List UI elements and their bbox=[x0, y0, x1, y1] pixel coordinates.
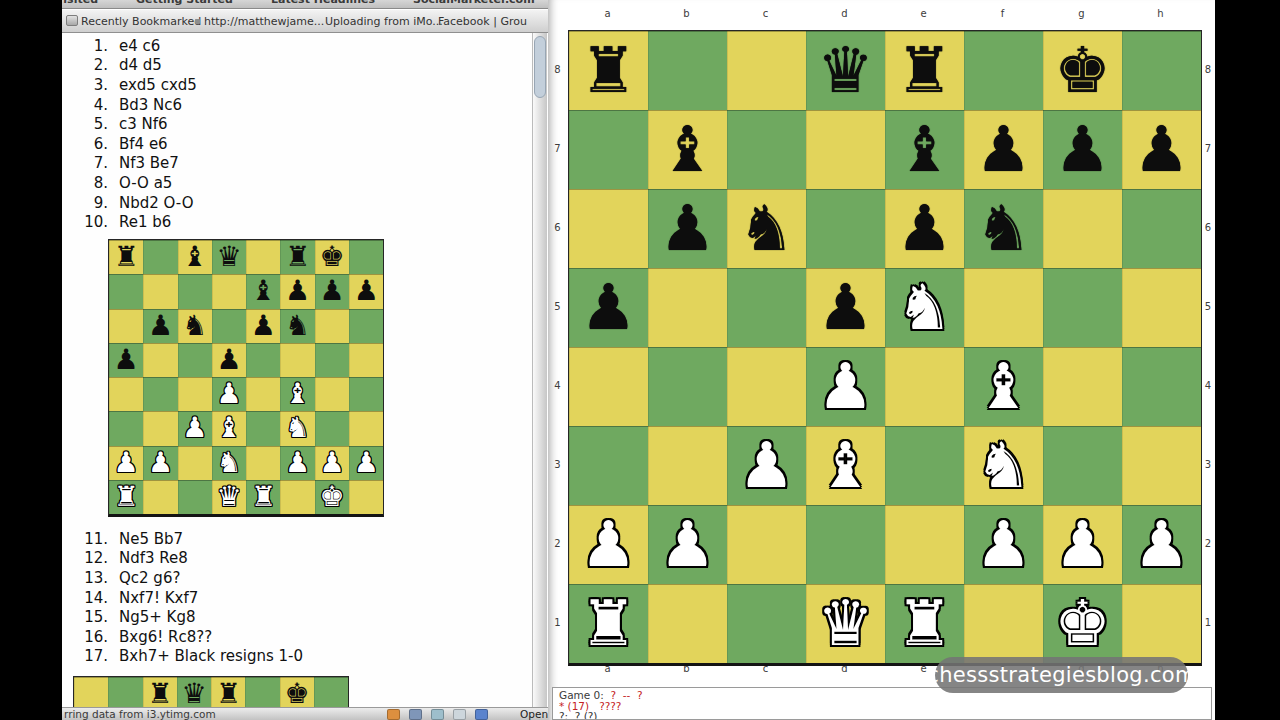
move-row: 6.Bf4 e6 bbox=[62, 134, 197, 154]
piece-black-rook: ♜ bbox=[896, 31, 952, 110]
square-h5 bbox=[349, 343, 383, 377]
square-b8[interactable] bbox=[648, 31, 727, 110]
piece-white-rook: ♜ bbox=[896, 584, 952, 663]
square-g3 bbox=[315, 411, 349, 445]
move-row: 7.Nf3 Be7 bbox=[62, 154, 197, 174]
move-text: exd5 cxd5 bbox=[119, 76, 197, 94]
toolbar-item-latest-headlines[interactable]: Latest Headlines bbox=[271, 0, 375, 6]
move-row: 11.Ne5 Bb7 bbox=[62, 529, 303, 549]
move-row: 8.O-O a5 bbox=[62, 173, 197, 193]
square-b6: ♟ bbox=[143, 309, 177, 343]
move-row: 13.Qc2 g6? bbox=[62, 568, 303, 588]
square-b4[interactable] bbox=[648, 347, 727, 426]
square-h3 bbox=[349, 411, 383, 445]
square-d5[interactable]: ♟ bbox=[806, 268, 885, 347]
piece-black-knight: ♞ bbox=[285, 309, 310, 343]
square-a5[interactable]: ♟ bbox=[569, 268, 648, 347]
square-c5 bbox=[178, 343, 212, 377]
square-e4[interactable] bbox=[885, 347, 964, 426]
piece-white-pawn: ♟ bbox=[1133, 505, 1189, 584]
main-chess-board: ♜♛♜♚♝♝♟♟♟♟♞♟♞♟♟♞♟♝♟♝♞♟♟♟♟♟♜♛♜♚ bbox=[568, 30, 1202, 666]
square-h8 bbox=[314, 677, 348, 707]
square-b5[interactable] bbox=[648, 268, 727, 347]
square-g8: ♚ bbox=[315, 240, 349, 274]
move-number: 5. bbox=[62, 115, 108, 133]
square-b7[interactable]: ♝ bbox=[648, 110, 727, 189]
square-h6[interactable] bbox=[1122, 189, 1201, 268]
square-d7 bbox=[212, 274, 246, 308]
taskbar-icon-3[interactable] bbox=[431, 709, 444, 720]
piece-black-pawn: ♟ bbox=[216, 343, 241, 377]
piece-white-rook: ♜ bbox=[580, 584, 636, 663]
square-e5 bbox=[246, 343, 280, 377]
piece-black-pawn: ♟ bbox=[896, 189, 952, 268]
bookmarks-bar: Recently Bookmarked http://matthewjame..… bbox=[62, 10, 548, 33]
square-a6 bbox=[109, 309, 143, 343]
piece-black-pawn: ♟ bbox=[251, 309, 276, 343]
piece-white-pawn: ♟ bbox=[817, 347, 873, 426]
piece-black-pawn: ♟ bbox=[1133, 110, 1189, 189]
square-g4 bbox=[315, 377, 349, 411]
move-number: 1. bbox=[62, 37, 108, 55]
coord-label-7: 7 bbox=[550, 109, 565, 188]
square-a6[interactable] bbox=[569, 189, 648, 268]
screen: Visited Getting Started Latest Headlines… bbox=[0, 0, 1280, 720]
move-row: 3.exd5 cxd5 bbox=[62, 75, 197, 95]
taskbar-icon-4[interactable] bbox=[453, 709, 466, 720]
coord-label-1: 1 bbox=[550, 583, 565, 662]
loading-status-text: rring data from i3.ytimg.com bbox=[64, 708, 216, 720]
taskbar-icon-1[interactable] bbox=[387, 709, 400, 720]
piece-white-pawn: ♟ bbox=[148, 446, 173, 480]
piece-white-pawn: ♟ bbox=[1054, 505, 1110, 584]
square-c8: ♝ bbox=[178, 240, 212, 274]
square-c6[interactable]: ♞ bbox=[727, 189, 806, 268]
square-h7: ♟ bbox=[349, 274, 383, 308]
piece-white-bishop: ♝ bbox=[216, 411, 241, 445]
square-g1[interactable]: ♚ bbox=[1043, 584, 1122, 663]
coord-label-g: g bbox=[1042, 8, 1121, 24]
piece-black-pawn: ♟ bbox=[580, 268, 636, 347]
taskbar-open-item[interactable]: Open N bbox=[520, 708, 548, 720]
coord-label-4: 4 bbox=[1201, 346, 1215, 425]
square-a8: ♜ bbox=[109, 240, 143, 274]
coord-label-1: 1 bbox=[1201, 583, 1215, 662]
move-text: O-O a5 bbox=[119, 174, 172, 192]
move-text: d4 d5 bbox=[119, 56, 162, 74]
rank-labels-left: 87654321 bbox=[550, 30, 565, 662]
square-f1[interactable] bbox=[964, 584, 1043, 663]
square-g8[interactable]: ♚ bbox=[1043, 31, 1122, 110]
move-text: Bxh7+ Black resigns 1-0 bbox=[119, 647, 303, 665]
move-row: 10.Re1 b6 bbox=[62, 212, 197, 232]
square-b1 bbox=[143, 480, 177, 514]
move-text: Nf3 Be7 bbox=[119, 154, 179, 172]
piece-white-knight: ♞ bbox=[216, 446, 241, 480]
square-a8[interactable]: ♜ bbox=[569, 31, 648, 110]
coord-label-6: 6 bbox=[1201, 188, 1215, 267]
bookmark-recently-bookmarked[interactable]: Recently Bookmarked bbox=[81, 15, 201, 28]
square-a1[interactable]: ♜ bbox=[569, 584, 648, 663]
coord-label-8: 8 bbox=[1201, 30, 1215, 109]
square-c2 bbox=[178, 446, 212, 480]
piece-white-rook: ♜ bbox=[251, 480, 276, 514]
square-a2: ♟ bbox=[109, 446, 143, 480]
square-d8: ♛ bbox=[177, 677, 211, 707]
move-row: 9.Nbd2 O-O bbox=[62, 193, 197, 213]
square-b3[interactable] bbox=[648, 426, 727, 505]
rank-labels-right: 87654321 bbox=[1201, 30, 1215, 662]
move-number: 16. bbox=[62, 628, 108, 646]
square-c4[interactable] bbox=[727, 347, 806, 426]
square-f5 bbox=[280, 343, 314, 377]
square-f2: ♟ bbox=[280, 446, 314, 480]
square-c8[interactable] bbox=[727, 31, 806, 110]
coord-label-e: e bbox=[884, 8, 963, 24]
piece-white-queen: ♛ bbox=[817, 584, 873, 663]
piece-black-king: ♚ bbox=[319, 240, 344, 274]
square-e8 bbox=[246, 240, 280, 274]
square-b3 bbox=[143, 411, 177, 445]
square-b5 bbox=[143, 343, 177, 377]
piece-black-rook: ♜ bbox=[114, 240, 139, 274]
piece-white-pawn: ♟ bbox=[354, 446, 379, 480]
square-c7[interactable] bbox=[727, 110, 806, 189]
piece-white-king: ♚ bbox=[319, 480, 344, 514]
piece-white-pawn: ♟ bbox=[182, 411, 207, 445]
piece-white-bishop: ♝ bbox=[975, 347, 1031, 426]
move-row: 2.d4 d5 bbox=[62, 56, 197, 76]
file-labels-top: abcdefgh bbox=[568, 8, 1200, 24]
square-e8[interactable]: ♜ bbox=[885, 31, 964, 110]
piece-white-pawn: ♟ bbox=[975, 505, 1031, 584]
piece-white-rook: ♜ bbox=[114, 480, 139, 514]
square-b8 bbox=[108, 677, 142, 707]
square-b1[interactable] bbox=[648, 584, 727, 663]
square-g5[interactable] bbox=[1043, 268, 1122, 347]
piece-black-king: ♚ bbox=[1054, 31, 1110, 110]
square-c6: ♞ bbox=[178, 309, 212, 343]
square-a4[interactable] bbox=[569, 347, 648, 426]
square-e2 bbox=[246, 446, 280, 480]
square-h1[interactable] bbox=[1122, 584, 1201, 663]
square-f8 bbox=[245, 677, 279, 707]
move-row: 1.e4 c6 bbox=[62, 36, 197, 56]
piece-black-rook: ♜ bbox=[216, 677, 241, 707]
square-h3[interactable] bbox=[1122, 426, 1201, 505]
move-text: Nbd2 O-O bbox=[119, 194, 193, 212]
piece-black-pawn: ♟ bbox=[354, 274, 379, 308]
move-number: 9. bbox=[62, 194, 108, 212]
square-b8 bbox=[143, 240, 177, 274]
chess-board-window: abcdefgh 87654321 87654321 abcdefgh ♜♛♜♚… bbox=[548, 0, 1215, 720]
piece-black-bishop: ♝ bbox=[659, 110, 715, 189]
browser-scrollbar[interactable] bbox=[532, 33, 547, 707]
diagram-board-final-rank8: ♜♛♜♚ bbox=[73, 676, 349, 707]
bookmark-uploading-imovie[interactable]: Uploading from iMo... bbox=[325, 15, 443, 28]
piece-black-queen: ♛ bbox=[216, 240, 241, 274]
square-g2: ♟ bbox=[315, 446, 349, 480]
square-h2: ♟ bbox=[349, 446, 383, 480]
square-e1: ♜ bbox=[246, 480, 280, 514]
bookmark-matthewjame[interactable]: http://matthewjame... bbox=[204, 15, 324, 28]
square-f8: ♜ bbox=[280, 240, 314, 274]
piece-black-rook: ♜ bbox=[285, 240, 310, 274]
site-watermark: chessstrategiesblog.com bbox=[935, 657, 1188, 693]
move-text: Ne5 Bb7 bbox=[119, 530, 183, 548]
piece-white-pawn: ♟ bbox=[738, 426, 794, 505]
coord-label-4: 4 bbox=[550, 346, 565, 425]
square-a7 bbox=[109, 274, 143, 308]
blog-page-content: 1.e4 c62.d4 d53.exd5 cxd54.Bd3 Nc65.c3 N… bbox=[62, 33, 548, 707]
coord-label-5: 5 bbox=[550, 267, 565, 346]
coord-label-8: 8 bbox=[550, 30, 565, 109]
move-number: 15. bbox=[62, 608, 108, 626]
square-f7: ♟ bbox=[280, 274, 314, 308]
square-h8 bbox=[349, 240, 383, 274]
square-a7[interactable] bbox=[569, 110, 648, 189]
square-e6[interactable]: ♟ bbox=[885, 189, 964, 268]
square-e1[interactable]: ♜ bbox=[885, 584, 964, 663]
square-d1: ♛ bbox=[212, 480, 246, 514]
browser-window: Visited Getting Started Latest Headlines… bbox=[62, 0, 548, 720]
square-c7 bbox=[178, 274, 212, 308]
piece-black-queen: ♛ bbox=[817, 31, 873, 110]
square-d3: ♝ bbox=[212, 411, 246, 445]
piece-black-pawn: ♟ bbox=[1054, 110, 1110, 189]
square-d8: ♛ bbox=[212, 240, 246, 274]
square-g8: ♚ bbox=[280, 677, 314, 707]
move-list-upper: 1.e4 c62.d4 d53.exd5 cxd54.Bd3 Nc65.c3 N… bbox=[62, 36, 197, 232]
square-d3[interactable]: ♝ bbox=[806, 426, 885, 505]
move-text: Bxg6! Rc8?? bbox=[119, 628, 212, 646]
move-row: 4.Bd3 Nc6 bbox=[62, 95, 197, 115]
square-c1[interactable] bbox=[727, 584, 806, 663]
square-f1 bbox=[280, 480, 314, 514]
square-c3[interactable]: ♟ bbox=[727, 426, 806, 505]
move-text: Bf4 e6 bbox=[119, 135, 168, 153]
clock-line: ?: ? (?) bbox=[559, 711, 1211, 720]
move-number: 11. bbox=[62, 530, 108, 548]
move-row: 16.Bxg6! Rc8?? bbox=[62, 627, 303, 647]
square-c5[interactable] bbox=[727, 268, 806, 347]
move-text: c3 Nf6 bbox=[119, 115, 168, 133]
square-f7[interactable]: ♟ bbox=[964, 110, 1043, 189]
square-a3[interactable] bbox=[569, 426, 648, 505]
piece-white-pawn: ♟ bbox=[659, 505, 715, 584]
piece-black-bishop: ♝ bbox=[251, 274, 276, 308]
piece-white-pawn: ♟ bbox=[114, 446, 139, 480]
square-g7: ♟ bbox=[315, 274, 349, 308]
square-e8: ♜ bbox=[211, 677, 245, 707]
piece-black-king: ♚ bbox=[284, 677, 309, 707]
move-number: 4. bbox=[62, 96, 108, 114]
square-a3 bbox=[109, 411, 143, 445]
square-g6[interactable] bbox=[1043, 189, 1122, 268]
piece-black-knight: ♞ bbox=[975, 189, 1031, 268]
coord-label-a: a bbox=[568, 8, 647, 24]
move-number: 7. bbox=[62, 154, 108, 172]
bookmark-folder-icon[interactable] bbox=[66, 15, 78, 26]
square-g1: ♚ bbox=[315, 480, 349, 514]
piece-black-rook: ♜ bbox=[580, 31, 636, 110]
coord-label-d: d bbox=[805, 8, 884, 24]
square-f3[interactable]: ♞ bbox=[964, 426, 1043, 505]
square-b6[interactable]: ♟ bbox=[648, 189, 727, 268]
coord-label-6: 6 bbox=[550, 188, 565, 267]
piece-black-pawn: ♟ bbox=[285, 274, 310, 308]
piece-black-knight: ♞ bbox=[738, 189, 794, 268]
square-g5 bbox=[315, 343, 349, 377]
move-text: Re1 b6 bbox=[119, 213, 171, 231]
square-a1: ♜ bbox=[109, 480, 143, 514]
move-number: 8. bbox=[62, 174, 108, 192]
browser-status-bar: rring data from i3.ytimg.com Open N bbox=[62, 707, 548, 720]
move-number: 13. bbox=[62, 569, 108, 587]
piece-white-pawn: ♟ bbox=[216, 377, 241, 411]
square-h1 bbox=[349, 480, 383, 514]
square-g4[interactable] bbox=[1043, 347, 1122, 426]
square-h7[interactable]: ♟ bbox=[1122, 110, 1201, 189]
square-h4[interactable] bbox=[1122, 347, 1201, 426]
square-c2[interactable] bbox=[727, 505, 806, 584]
bookmark-facebook-group[interactable]: Facebook | Grou bbox=[438, 15, 527, 28]
square-c1 bbox=[178, 480, 212, 514]
square-h2[interactable]: ♟ bbox=[1122, 505, 1201, 584]
piece-white-knight: ♞ bbox=[285, 411, 310, 445]
toolbar-item-getting-started[interactable]: Getting Started bbox=[136, 0, 233, 6]
square-d2: ♞ bbox=[212, 446, 246, 480]
piece-black-bishop: ♝ bbox=[182, 240, 207, 274]
square-b7 bbox=[143, 274, 177, 308]
square-g7[interactable]: ♟ bbox=[1043, 110, 1122, 189]
scrollbar-thumb[interactable] bbox=[534, 36, 546, 98]
square-g6 bbox=[315, 309, 349, 343]
square-c3: ♟ bbox=[178, 411, 212, 445]
square-d4[interactable]: ♟ bbox=[806, 347, 885, 426]
coord-label-7: 7 bbox=[1201, 109, 1215, 188]
square-f2[interactable]: ♟ bbox=[964, 505, 1043, 584]
move-number: 3. bbox=[62, 76, 108, 94]
toolbar-item-visited[interactable]: Visited bbox=[62, 0, 98, 6]
square-e6: ♟ bbox=[246, 309, 280, 343]
coord-label-3: 3 bbox=[550, 425, 565, 504]
square-f8[interactable] bbox=[964, 31, 1043, 110]
square-e3 bbox=[246, 411, 280, 445]
move-text: Qc2 g6? bbox=[119, 569, 180, 587]
piece-white-bishop: ♝ bbox=[817, 426, 873, 505]
square-f3: ♞ bbox=[280, 411, 314, 445]
square-e2[interactable] bbox=[885, 505, 964, 584]
piece-white-pawn: ♟ bbox=[285, 446, 310, 480]
move-number: 14. bbox=[62, 589, 108, 607]
coord-label-h: h bbox=[1121, 8, 1200, 24]
square-d2[interactable] bbox=[806, 505, 885, 584]
square-d5: ♟ bbox=[212, 343, 246, 377]
move-text: e4 c6 bbox=[119, 37, 160, 55]
square-e7[interactable]: ♝ bbox=[885, 110, 964, 189]
square-h5[interactable] bbox=[1122, 268, 1201, 347]
piece-white-king: ♚ bbox=[1054, 584, 1110, 663]
coord-label-5: 5 bbox=[1201, 267, 1215, 346]
square-f6[interactable]: ♞ bbox=[964, 189, 1043, 268]
move-number: 2. bbox=[62, 56, 108, 74]
move-row: 14.Nxf7! Kxf7 bbox=[62, 588, 303, 608]
square-f4: ♝ bbox=[280, 377, 314, 411]
move-text: Bd3 Nc6 bbox=[119, 96, 182, 114]
taskbar-icon-5[interactable] bbox=[475, 709, 488, 720]
diagram-board-final-position-clipped: ♜♛♜♚ bbox=[73, 676, 349, 707]
move-counter-line: * (17) ???? bbox=[559, 701, 1211, 712]
move-text: Ng5+ Kg8 bbox=[119, 608, 196, 626]
square-g3[interactable] bbox=[1043, 426, 1122, 505]
square-g2[interactable]: ♟ bbox=[1043, 505, 1122, 584]
square-e3[interactable] bbox=[885, 426, 964, 505]
square-f6: ♞ bbox=[280, 309, 314, 343]
move-row: 12.Ndf3 Re8 bbox=[62, 549, 303, 569]
square-d4: ♟ bbox=[212, 377, 246, 411]
piece-black-pawn: ♟ bbox=[659, 189, 715, 268]
bookmark-separator-icon bbox=[195, 19, 200, 24]
piece-black-pawn: ♟ bbox=[148, 309, 173, 343]
piece-white-pawn: ♟ bbox=[319, 446, 344, 480]
square-a4 bbox=[109, 377, 143, 411]
move-row: 15.Ng5+ Kg8 bbox=[62, 607, 303, 627]
square-d8[interactable]: ♛ bbox=[806, 31, 885, 110]
piece-black-rook: ♜ bbox=[147, 677, 172, 707]
move-number: 10. bbox=[62, 213, 108, 231]
toolbar-item-socialmarketer[interactable]: SocialMarketer.com bbox=[413, 0, 535, 6]
piece-white-knight: ♞ bbox=[896, 268, 952, 347]
square-d6 bbox=[212, 309, 246, 343]
move-row: 17.Bxh7+ Black resigns 1-0 bbox=[62, 647, 303, 667]
square-c8: ♜ bbox=[143, 677, 177, 707]
square-a2[interactable]: ♟ bbox=[569, 505, 648, 584]
square-d1[interactable]: ♛ bbox=[806, 584, 885, 663]
piece-black-pawn: ♟ bbox=[114, 343, 139, 377]
square-c4 bbox=[178, 377, 212, 411]
coord-label-2: 2 bbox=[1201, 504, 1215, 583]
square-d6[interactable] bbox=[806, 189, 885, 268]
move-text: Ndf3 Re8 bbox=[119, 549, 188, 567]
piece-black-bishop: ♝ bbox=[896, 110, 952, 189]
move-number: 17. bbox=[62, 647, 108, 665]
piece-white-knight: ♞ bbox=[975, 426, 1031, 505]
square-b4 bbox=[143, 377, 177, 411]
diagram-board-after-move-10: ♜♝♛♜♚♝♟♟♟♟♞♟♞♟♟♟♝♟♝♞♟♟♞♟♟♟♜♛♜♚ bbox=[108, 239, 384, 517]
square-h4 bbox=[349, 377, 383, 411]
piece-black-pawn: ♟ bbox=[817, 268, 873, 347]
piece-white-bishop: ♝ bbox=[285, 377, 310, 411]
square-d7[interactable] bbox=[806, 110, 885, 189]
square-b2[interactable]: ♟ bbox=[648, 505, 727, 584]
square-e5[interactable]: ♞ bbox=[885, 268, 964, 347]
piece-white-queen: ♛ bbox=[216, 480, 241, 514]
square-f4[interactable]: ♝ bbox=[964, 347, 1043, 426]
move-number: 6. bbox=[62, 135, 108, 153]
coord-label-c: c bbox=[726, 8, 805, 24]
browser-toolbar: Visited Getting Started Latest Headlines… bbox=[62, 0, 548, 9]
piece-black-pawn: ♟ bbox=[975, 110, 1031, 189]
taskbar-icon-2[interactable] bbox=[409, 709, 422, 720]
move-list-lower: 11.Ne5 Bb712.Ndf3 Re813.Qc2 g6?14.Nxf7! … bbox=[62, 529, 303, 666]
square-e4 bbox=[246, 377, 280, 411]
square-h6 bbox=[349, 309, 383, 343]
piece-black-knight: ♞ bbox=[182, 309, 207, 343]
square-f5[interactable] bbox=[964, 268, 1043, 347]
square-h8[interactable] bbox=[1122, 31, 1201, 110]
piece-white-pawn: ♟ bbox=[580, 505, 636, 584]
